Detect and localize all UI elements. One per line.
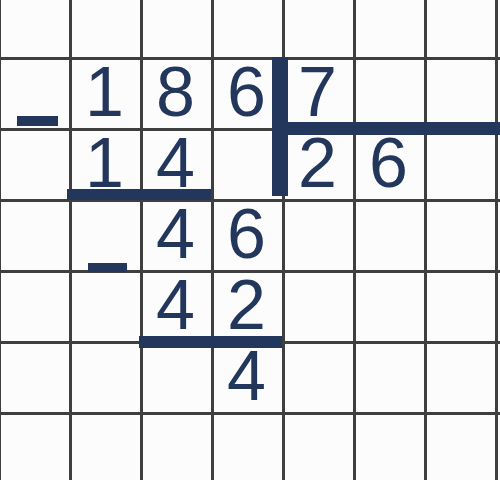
step2-minuend-digit-4: 4: [140, 199, 211, 270]
remainder-digit-4: 4: [211, 341, 282, 412]
minus-sign-step2: [88, 263, 127, 272]
quotient-digit-2: 2: [282, 128, 353, 199]
quotient-digit-6: 6: [353, 128, 424, 199]
step1-subtrahend-digit-1: 1: [69, 128, 140, 199]
dividend-digit-1: 1: [69, 57, 140, 128]
step2-subtrahend-digit-4: 4: [140, 270, 211, 341]
divisor-digit-7: 7: [282, 57, 353, 128]
step2-minuend-digit-6: 6: [211, 199, 282, 270]
step1-subtrahend-digit-4: 4: [140, 128, 211, 199]
dividend-digit-6: 6: [211, 57, 282, 128]
step2-subtrahend-digit-2: 2: [211, 270, 282, 341]
dividend-digit-8: 8: [140, 57, 211, 128]
long-division-worksheet: 1867142646424: [0, 0, 500, 480]
minus-sign-step1: [17, 116, 58, 126]
